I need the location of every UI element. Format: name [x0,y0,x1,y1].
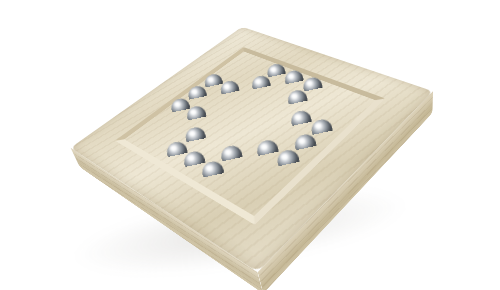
marble-highlight [281,153,288,159]
marble-highlight [288,73,294,78]
marble-highlight [306,80,312,85]
marble-highlight [207,77,213,82]
marble-highlight [205,164,212,170]
marble-highlight [261,143,268,149]
marble-highlight [191,89,197,94]
marble-highlight [175,101,181,106]
marble-highlight [255,79,261,84]
marble-highlight [314,123,321,129]
wooden-frame [71,27,433,272]
marble-highlight [270,67,276,72]
marble-highlight [294,114,301,120]
marble-highlight [189,131,196,137]
marble-highlight [188,154,195,160]
marble-highlight [171,145,178,151]
marble-highlight [223,84,229,89]
marble-highlight [298,138,305,144]
marble-highlight [190,109,196,114]
product-photo-canvas [0,0,500,290]
solitaire-scene [0,0,500,290]
marble-highlight [224,149,231,155]
marble-highlight [291,93,297,98]
